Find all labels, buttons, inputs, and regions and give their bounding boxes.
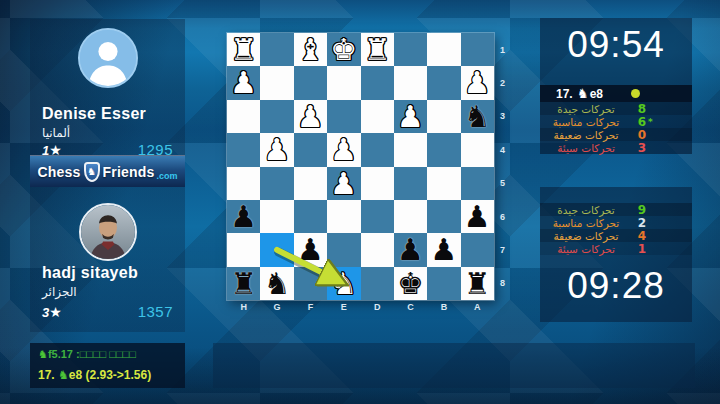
- square-d7[interactable]: [361, 233, 394, 266]
- piece-black-knight: ♞: [260, 267, 293, 300]
- file-label-e: E: [327, 302, 360, 314]
- quality-label: تحركات مناسبة: [540, 116, 632, 128]
- square-f7[interactable]: ♟: [294, 233, 327, 266]
- quality-count: 4: [632, 229, 646, 243]
- square-b7[interactable]: ♟: [427, 233, 460, 266]
- square-e1[interactable]: ♚: [327, 33, 360, 66]
- best-move-line: ♞f5.17 :□□□□ □□□□: [38, 348, 136, 361]
- square-f6[interactable]: [294, 200, 327, 233]
- square-e7[interactable]: [327, 233, 360, 266]
- square-e6[interactable]: [327, 200, 360, 233]
- piece-white-pawn: ♟: [260, 133, 293, 166]
- square-f5[interactable]: [294, 167, 327, 200]
- square-h3[interactable]: [227, 100, 260, 133]
- quality-count: 3: [632, 141, 646, 155]
- file-label-f: F: [294, 302, 327, 314]
- file-label-h: H: [227, 302, 260, 314]
- rank-label-1: 1: [500, 33, 512, 66]
- square-a5[interactable]: [461, 167, 494, 200]
- square-d6[interactable]: [361, 200, 394, 233]
- quality-row-bad: تحركات سيئة 3: [540, 141, 692, 154]
- square-g4[interactable]: ♟: [260, 133, 293, 166]
- quality-row-weak: تحركات ضعيفة 4: [540, 229, 692, 242]
- square-c8[interactable]: ♚: [394, 267, 427, 300]
- quality-label: تحركات مناسبة: [540, 217, 632, 229]
- star-icon: ★: [49, 304, 62, 320]
- piece-white-pawn: ♟: [461, 66, 494, 99]
- rank-label-4: 4: [500, 133, 512, 166]
- move-label: 17. ♞e8: [556, 86, 603, 101]
- square-h7[interactable]: [227, 233, 260, 266]
- square-g5[interactable]: [260, 167, 293, 200]
- quality-label: تحركات جيدة: [540, 103, 632, 115]
- quality-label: تحركات سيئة: [540, 142, 632, 154]
- clock-top: 09:54: [540, 24, 692, 66]
- logo-text-chess: Chess: [37, 164, 80, 180]
- move-quality-rows-top: تحركات جيدة 8 تحركات مناسبة 6 * تحركات ض…: [540, 102, 692, 154]
- square-e2[interactable]: [327, 66, 360, 99]
- analysis-panel-bottom: تحركات جيدة 9 تحركات مناسبة 2 تحركات ضعي…: [540, 187, 692, 322]
- quality-label: تحركات سيئة: [540, 243, 632, 255]
- square-a6[interactable]: ♟: [461, 200, 494, 233]
- piece-white-pawn: ♟: [394, 100, 427, 133]
- square-c3[interactable]: ♟: [394, 100, 427, 133]
- square-a1[interactable]: [461, 33, 494, 66]
- rank-labels: 12345678: [500, 33, 512, 300]
- square-b8[interactable]: [427, 267, 460, 300]
- quality-count: 2: [632, 216, 646, 230]
- file-label-g: G: [260, 302, 293, 314]
- chess4friends-logo[interactable]: Chess ♞ Friends .com: [30, 155, 185, 187]
- square-h8[interactable]: ♜: [227, 267, 260, 300]
- piece-white-pawn: ♟: [227, 66, 260, 99]
- square-e8[interactable]: ♞: [327, 267, 360, 300]
- square-h2[interactable]: ♟: [227, 66, 260, 99]
- square-b2[interactable]: [427, 66, 460, 99]
- piece-black-king: ♚: [394, 267, 427, 300]
- bottom-player-name: hadj sitayeb: [42, 264, 179, 282]
- bottom-player-rating: 1357: [138, 303, 173, 320]
- quality-count: 8: [632, 102, 646, 116]
- quality-count: 9: [632, 203, 646, 217]
- piece-black-rook: ♜: [227, 267, 260, 300]
- top-player-country: ألمانيا: [42, 126, 70, 140]
- file-labels: HGFEDCBA: [227, 302, 494, 314]
- piece-black-pawn: ♟: [227, 200, 260, 233]
- square-c5[interactable]: [394, 167, 427, 200]
- piece-black-pawn: ♟: [294, 233, 327, 266]
- square-f3[interactable]: ♟: [294, 100, 327, 133]
- square-d8[interactable]: [361, 267, 394, 300]
- square-e3[interactable]: [327, 100, 360, 133]
- piece-black-rook: ♜: [461, 267, 494, 300]
- square-h1[interactable]: ♜: [227, 33, 260, 66]
- quality-count: 0: [632, 128, 646, 142]
- quality-row-ok: تحركات مناسبة 2: [540, 216, 692, 229]
- square-h4[interactable]: [227, 133, 260, 166]
- square-a4[interactable]: [461, 133, 494, 166]
- played-move-line: 17. ♞e8 (2.93->1.56): [38, 368, 151, 382]
- square-a7[interactable]: [461, 233, 494, 266]
- quality-label: تحركات ضعيفة: [540, 129, 632, 141]
- square-b5[interactable]: [427, 167, 460, 200]
- square-f2[interactable]: [294, 66, 327, 99]
- knight-icon: ♞: [577, 86, 589, 101]
- quality-label: تحركات ضعيفة: [540, 230, 632, 242]
- square-c2[interactable]: [394, 66, 427, 99]
- square-d3[interactable]: [361, 100, 394, 133]
- quality-row-weak: تحركات ضعيفة 0: [540, 128, 692, 141]
- quality-label: تحركات جيدة: [540, 204, 632, 216]
- square-e5[interactable]: ♟: [327, 167, 360, 200]
- rank-label-6: 6: [500, 200, 512, 233]
- square-b6[interactable]: [427, 200, 460, 233]
- piece-black-knight: ♞: [461, 100, 494, 133]
- square-a3[interactable]: ♞: [461, 100, 494, 133]
- quality-row-ok: تحركات مناسبة 6 *: [540, 115, 692, 128]
- square-c4[interactable]: [394, 133, 427, 166]
- square-h5[interactable]: [227, 167, 260, 200]
- square-d4[interactable]: [361, 133, 394, 166]
- square-f4[interactable]: [294, 133, 327, 166]
- bottom-player-stars: 3★: [42, 304, 62, 320]
- quality-count: 1: [632, 242, 646, 256]
- bottom-strip: [213, 343, 695, 388]
- file-label-c: C: [394, 302, 427, 314]
- status-dot: [631, 89, 640, 98]
- quality-row-good: تحركات جيدة 8: [540, 102, 692, 115]
- last-move-header: 17. ♞e8: [540, 85, 692, 102]
- square-f8[interactable]: [294, 267, 327, 300]
- square-f1[interactable]: ♝: [294, 33, 327, 66]
- square-g1[interactable]: [260, 33, 293, 66]
- square-g7[interactable]: [260, 233, 293, 266]
- square-e4[interactable]: ♟: [327, 133, 360, 166]
- player-sidebar: Denise Esser ألمانيا 1★ 1295 Chess ♞ Fri…: [30, 19, 185, 332]
- file-label-b: B: [427, 302, 460, 314]
- piece-white-pawn: ♟: [327, 133, 360, 166]
- piece-white-bishop: ♝: [294, 33, 327, 66]
- piece-white-king: ♚: [327, 33, 360, 66]
- clock-bottom: 09:28: [540, 265, 692, 307]
- square-d2[interactable]: [361, 66, 394, 99]
- square-g6[interactable]: [260, 200, 293, 233]
- bottom-player-country: الجزائر: [42, 285, 77, 299]
- quality-note: *: [646, 117, 664, 127]
- piece-black-pawn: ♟: [461, 200, 494, 233]
- piece-white-knight: ♞: [327, 267, 360, 300]
- rank-label-8: 8: [500, 267, 512, 300]
- piece-white-rook: ♜: [227, 33, 260, 66]
- chess-board[interactable]: ♜♝♚♜♟♟♟♟♞♟♟♟♟♟♟♟♟♜♞♞♚♜: [227, 33, 494, 300]
- rank-label-3: 3: [500, 100, 512, 133]
- square-b4[interactable]: [427, 133, 460, 166]
- quality-count: 6: [632, 115, 646, 129]
- square-a2[interactable]: ♟: [461, 66, 494, 99]
- square-c1[interactable]: [394, 33, 427, 66]
- piece-black-pawn: ♟: [394, 233, 427, 266]
- square-c7[interactable]: ♟: [394, 233, 427, 266]
- app-root: Denise Esser ألمانيا 1★ 1295 Chess ♞ Fri…: [0, 0, 720, 404]
- square-a8[interactable]: ♜: [461, 267, 494, 300]
- rank-label-5: 5: [500, 167, 512, 200]
- piece-white-pawn: ♟: [327, 167, 360, 200]
- engine-eval-panel: ♞f5.17 :□□□□ □□□□ 17. ♞e8 (2.93->1.56): [30, 343, 185, 388]
- square-d5[interactable]: [361, 167, 394, 200]
- rank-label-7: 7: [500, 233, 512, 266]
- square-b3[interactable]: [427, 100, 460, 133]
- knight-icon: ♞: [38, 348, 48, 361]
- quality-row-bad: تحركات سيئة 1: [540, 242, 692, 255]
- analysis-panel-top: 09:54 17. ♞e8 تحركات جيدة 8 تحركات مناسب…: [540, 18, 692, 154]
- file-label-a: A: [461, 302, 494, 314]
- file-label-d: D: [361, 302, 394, 314]
- square-b1[interactable]: [427, 33, 460, 66]
- square-g8[interactable]: ♞: [260, 267, 293, 300]
- piece-white-pawn: ♟: [294, 100, 327, 133]
- logo-text-com: .com: [156, 171, 177, 181]
- top-player-name: Denise Esser: [42, 105, 179, 123]
- rank-label-2: 2: [500, 66, 512, 99]
- square-d1[interactable]: ♜: [361, 33, 394, 66]
- square-h6[interactable]: ♟: [227, 200, 260, 233]
- piece-black-pawn: ♟: [427, 233, 460, 266]
- move-quality-rows-bottom: تحركات جيدة 9 تحركات مناسبة 2 تحركات ضعي…: [540, 203, 692, 255]
- shield-knight-icon: ♞: [84, 162, 100, 182]
- avatar-bottom-player[interactable]: [79, 203, 137, 261]
- quality-row-good: تحركات جيدة 9: [540, 203, 692, 216]
- avatar-top-player[interactable]: [78, 28, 138, 88]
- piece-white-rook: ♜: [361, 33, 394, 66]
- square-g3[interactable]: [260, 100, 293, 133]
- square-c6[interactable]: [394, 200, 427, 233]
- logo-text-friends: Friends: [103, 164, 155, 180]
- square-g2[interactable]: [260, 66, 293, 99]
- knight-icon: ♞: [58, 368, 69, 382]
